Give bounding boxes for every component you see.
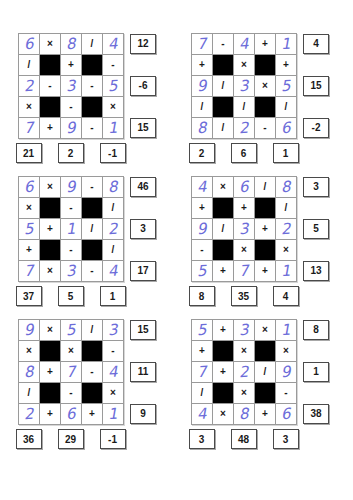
operator-cell: / — [255, 177, 275, 197]
handwritten-digit: 5 — [197, 263, 208, 279]
row-result-box: 8 — [303, 320, 329, 340]
handwritten-digit: 8 — [66, 36, 77, 52]
col-result-box: 1 — [273, 143, 299, 163]
handwritten-digit: 5 — [66, 322, 77, 338]
value-cell[interactable]: 3 — [61, 76, 81, 96]
value-cell[interactable]: 6 — [19, 34, 39, 54]
operator-cell: × — [40, 320, 60, 340]
value-cell[interactable]: 4 — [234, 34, 254, 54]
operator-cell: / — [276, 198, 296, 218]
value-cell[interactable]: 7 — [192, 362, 212, 382]
operator-glyph: × — [26, 203, 32, 213]
value-cell[interactable]: 3 — [234, 320, 254, 340]
operator-glyph: × — [47, 266, 53, 276]
handwritten-digit: 3 — [239, 322, 250, 338]
black-cell — [213, 55, 233, 75]
handwritten-digit: 2 — [239, 120, 250, 136]
black-cell — [40, 240, 60, 260]
row-result-box: 5 — [303, 219, 329, 239]
handwritten-digit: 3 — [66, 78, 77, 94]
row-result-box: 12 — [130, 34, 156, 54]
operator-cell: - — [255, 118, 275, 138]
col-result-box: 2 — [189, 143, 215, 163]
operator-glyph: × — [47, 325, 53, 335]
operator-glyph: / — [91, 224, 94, 234]
row-results: 15119 — [130, 319, 158, 425]
operator-cell: - — [103, 55, 123, 75]
handwritten-digit: 3 — [239, 221, 250, 237]
operator-cell: × — [234, 383, 254, 403]
operator-glyph: / — [264, 367, 267, 377]
operator-cell: × — [276, 240, 296, 260]
col-results: 261 — [191, 143, 297, 167]
col-result-box: 37 — [16, 286, 42, 306]
operator-cell: × — [213, 404, 233, 424]
handwritten-digit: 2 — [24, 406, 35, 422]
row-result-box: 3 — [303, 177, 329, 197]
operator-glyph: + — [262, 409, 268, 419]
handwritten-digit: 5 — [108, 78, 119, 94]
operator-cell: / — [234, 97, 254, 117]
value-cell[interactable]: 6 — [234, 177, 254, 197]
value-cell[interactable]: 7 — [234, 261, 254, 281]
value-cell[interactable]: 3 — [61, 261, 81, 281]
operator-glyph: × — [47, 39, 53, 49]
operator-glyph: × — [220, 409, 226, 419]
operator-glyph: × — [283, 245, 289, 255]
value-cell[interactable]: 9 — [61, 177, 81, 197]
black-cell — [213, 97, 233, 117]
value-cell[interactable]: 8 — [61, 34, 81, 54]
value-cell[interactable]: 8 — [19, 362, 39, 382]
handwritten-digit: 8 — [197, 120, 208, 136]
puzzle-1-grid: 6×8/4/+-2-3-5×-×7+9-1 — [18, 33, 124, 139]
handwritten-digit: 1 — [108, 406, 119, 422]
value-cell[interactable]: 1 — [276, 261, 296, 281]
operator-cell: + — [192, 198, 212, 218]
operator-cell: - — [192, 240, 212, 260]
operator-cell: - — [82, 76, 102, 96]
row-result-box: 13 — [303, 261, 329, 281]
handwritten-digit: 3 — [239, 78, 250, 94]
handwritten-digit: 1 — [281, 322, 292, 338]
puzzle-5-grid: 9×5/3××-8+7-4/-×2+6+1 — [18, 319, 124, 425]
handwritten-digit: 8 — [239, 406, 250, 422]
puzzle-4: 4×6/8++/9/3+2-××5+7+135138354 — [191, 176, 331, 310]
col-result-box: 5 — [58, 286, 84, 306]
operator-cell: / — [103, 198, 123, 218]
operator-cell: + — [255, 34, 275, 54]
value-cell[interactable]: 2 — [234, 118, 254, 138]
operator-glyph: × — [26, 346, 32, 356]
value-cell[interactable]: 1 — [276, 320, 296, 340]
operator-glyph: / — [285, 203, 288, 213]
black-cell — [40, 55, 60, 75]
operator-glyph: + — [220, 266, 226, 276]
value-cell[interactable]: 2 — [103, 219, 123, 239]
operator-cell: - — [61, 198, 81, 218]
puzzle-1: 6×8/4/+-2-3-5×-×7+9-112-615212-1 — [18, 33, 158, 167]
col-result-box: 3 — [273, 429, 299, 449]
operator-glyph: + — [220, 367, 226, 377]
operator-cell: / — [82, 34, 102, 54]
operator-cell: × — [103, 97, 123, 117]
value-cell[interactable]: 5 — [192, 261, 212, 281]
operator-cell: / — [82, 219, 102, 239]
operator-glyph: × — [241, 346, 247, 356]
value-cell[interactable]: 6 — [19, 177, 39, 197]
operator-glyph: + — [283, 60, 289, 70]
operator-cell: + — [40, 219, 60, 239]
col-result-box: 2 — [58, 143, 84, 163]
handwritten-digit: 1 — [108, 120, 119, 136]
col-result-box: 8 — [189, 286, 215, 306]
operator-glyph: - — [111, 60, 114, 70]
operator-glyph: + — [241, 203, 247, 213]
operator-glyph: - — [69, 102, 72, 112]
value-cell[interactable]: 1 — [103, 118, 123, 138]
col-result-box: -1 — [100, 143, 126, 163]
handwritten-digit: 8 — [281, 179, 292, 195]
handwritten-digit: 7 — [239, 263, 250, 279]
operator-glyph: + — [89, 409, 95, 419]
black-cell — [213, 198, 233, 218]
handwritten-digit: 4 — [197, 179, 208, 195]
puzzle-4-grid: 4×6/8++/9/3+2-××5+7+1 — [191, 176, 297, 282]
puzzle-6-grid: 5+3×1+××7+2/9/×-4×8+6 — [191, 319, 297, 425]
operator-glyph: / — [112, 203, 115, 213]
operator-glyph: + — [199, 203, 205, 213]
handwritten-digit: 2 — [24, 78, 35, 94]
operator-glyph: + — [47, 367, 53, 377]
value-cell[interactable]: 6 — [276, 404, 296, 424]
black-cell — [255, 341, 275, 361]
operator-glyph: / — [91, 39, 94, 49]
operator-glyph: × — [47, 182, 53, 192]
handwritten-digit: 5 — [197, 322, 208, 338]
handwritten-digit: 9 — [66, 120, 77, 136]
operator-cell: - — [40, 76, 60, 96]
operator-cell: - — [82, 362, 102, 382]
value-cell[interactable]: 6 — [61, 404, 81, 424]
operator-cell: / — [213, 76, 233, 96]
value-cell[interactable]: 8 — [192, 118, 212, 138]
operator-glyph: / — [222, 123, 225, 133]
operator-glyph: / — [222, 224, 225, 234]
row-result-box: 15 — [130, 118, 156, 138]
operator-glyph: - — [111, 346, 114, 356]
value-cell[interactable]: 8 — [234, 404, 254, 424]
operator-cell: + — [255, 404, 275, 424]
puzzle-2-grid: 7-4+1+×+9/3×5///8/2-6 — [191, 33, 297, 139]
black-cell — [82, 198, 102, 218]
value-cell[interactable]: 9 — [192, 76, 212, 96]
row-result-box: 15 — [130, 320, 156, 340]
value-cell[interactable]: 4 — [103, 261, 123, 281]
operator-cell: + — [276, 55, 296, 75]
operator-cell: + — [234, 198, 254, 218]
black-cell — [82, 383, 102, 403]
operator-cell: × — [19, 97, 39, 117]
black-cell — [213, 240, 233, 260]
operator-cell: + — [61, 55, 81, 75]
handwritten-digit: 6 — [66, 406, 77, 422]
operator-glyph: × — [241, 245, 247, 255]
black-cell — [255, 55, 275, 75]
operator-cell: / — [82, 320, 102, 340]
operator-glyph: - — [221, 39, 224, 49]
handwritten-digit: 8 — [24, 364, 35, 380]
puzzle-5: 9×5/3××-8+7-4/-×2+6+1151193629-1 — [18, 319, 158, 453]
operator-glyph: + — [199, 60, 205, 70]
handwritten-digit: 9 — [281, 364, 292, 380]
operator-cell: / — [213, 219, 233, 239]
row-result-box: 38 — [303, 404, 329, 424]
operator-cell: + — [40, 362, 60, 382]
operator-glyph: + — [68, 60, 74, 70]
row-result-box: 15 — [303, 76, 329, 96]
operator-cell: × — [40, 261, 60, 281]
col-results: 212-1 — [18, 143, 124, 167]
operator-glyph: - — [90, 81, 93, 91]
handwritten-digit: 6 — [24, 36, 35, 52]
handwritten-digit: 5 — [24, 221, 35, 237]
operator-glyph: + — [26, 245, 32, 255]
row-results: 8138 — [303, 319, 331, 425]
operator-cell: - — [103, 341, 123, 361]
col-result-box: 29 — [58, 429, 84, 449]
operator-cell: + — [192, 341, 212, 361]
operator-cell: - — [213, 34, 233, 54]
operator-glyph: / — [264, 182, 267, 192]
operator-glyph: × — [283, 346, 289, 356]
operator-glyph: - — [90, 266, 93, 276]
operator-glyph: - — [48, 81, 51, 91]
value-cell[interactable]: 4 — [103, 34, 123, 54]
row-results: 46317 — [130, 176, 158, 282]
value-cell[interactable]: 5 — [276, 76, 296, 96]
value-cell[interactable]: 9 — [276, 362, 296, 382]
row-result-box: 46 — [130, 177, 156, 197]
value-cell[interactable]: 4 — [192, 177, 212, 197]
value-cell[interactable]: 1 — [61, 219, 81, 239]
col-result-box: 1 — [100, 286, 126, 306]
row-result-box: 4 — [303, 34, 329, 54]
operator-glyph: - — [284, 388, 287, 398]
value-cell[interactable]: 3 — [234, 76, 254, 96]
value-cell[interactable]: 5 — [192, 320, 212, 340]
operator-glyph: / — [28, 60, 31, 70]
handwritten-digit: 4 — [108, 364, 119, 380]
handwritten-digit: 8 — [108, 179, 119, 195]
operator-glyph: - — [69, 245, 72, 255]
operator-glyph: / — [243, 102, 246, 112]
operator-glyph: / — [91, 325, 94, 335]
handwritten-digit: 6 — [24, 179, 35, 195]
value-cell[interactable]: 6 — [276, 118, 296, 138]
row-result-box: 1 — [303, 362, 329, 382]
value-cell[interactable]: 7 — [61, 362, 81, 382]
operator-cell: - — [82, 177, 102, 197]
row-results: 12-615 — [130, 33, 158, 139]
black-cell — [40, 198, 60, 218]
black-cell — [82, 55, 102, 75]
handwritten-digit: 6 — [281, 120, 292, 136]
value-cell[interactable]: 9 — [192, 219, 212, 239]
operator-glyph: × — [241, 60, 247, 70]
operator-cell: - — [61, 383, 81, 403]
operator-cell: × — [234, 240, 254, 260]
value-cell[interactable]: 8 — [103, 177, 123, 197]
operator-glyph: - — [263, 123, 266, 133]
operator-glyph: × — [220, 182, 226, 192]
value-cell[interactable]: 2 — [234, 362, 254, 382]
handwritten-digit: 6 — [281, 406, 292, 422]
value-cell[interactable]: 1 — [276, 34, 296, 54]
operator-cell: × — [103, 383, 123, 403]
black-cell — [82, 341, 102, 361]
black-cell — [40, 341, 60, 361]
operator-glyph: - — [90, 182, 93, 192]
row-result-box: 11 — [130, 362, 156, 382]
value-cell[interactable]: 2 — [19, 76, 39, 96]
value-cell[interactable]: 3 — [234, 219, 254, 239]
operator-cell: + — [82, 404, 102, 424]
operator-glyph: × — [110, 388, 116, 398]
handwritten-digit: 2 — [239, 364, 250, 380]
row-result-box: -6 — [130, 76, 156, 96]
operator-cell: + — [40, 404, 60, 424]
value-cell[interactable]: 7 — [19, 261, 39, 281]
col-results: 3483 — [191, 429, 297, 453]
black-cell — [255, 198, 275, 218]
handwritten-digit: 7 — [66, 364, 77, 380]
operator-glyph: × — [262, 81, 268, 91]
value-cell[interactable]: 2 — [19, 404, 39, 424]
value-cell[interactable]: 2 — [276, 219, 296, 239]
operator-glyph: × — [110, 102, 116, 112]
operator-cell: × — [234, 55, 254, 75]
operator-cell: / — [19, 383, 39, 403]
operator-cell: × — [213, 177, 233, 197]
col-results: 8354 — [191, 286, 297, 310]
black-cell — [82, 240, 102, 260]
handwritten-digit: 4 — [239, 36, 250, 52]
operator-cell: + — [213, 362, 233, 382]
value-cell[interactable]: 8 — [276, 177, 296, 197]
operator-cell: - — [82, 261, 102, 281]
handwritten-digit: 1 — [281, 263, 292, 279]
value-cell[interactable]: 1 — [103, 404, 123, 424]
col-result-box: 36 — [16, 429, 42, 449]
operator-cell: - — [276, 383, 296, 403]
handwritten-digit: 2 — [281, 221, 292, 237]
value-cell[interactable]: 4 — [103, 362, 123, 382]
row-results: 3513 — [303, 176, 331, 282]
operator-glyph: × — [241, 388, 247, 398]
row-result-box: 9 — [130, 404, 156, 424]
operator-glyph: - — [90, 367, 93, 377]
puzzle-2: 7-4+1+×+9/3×5///8/2-6415-2261 — [191, 33, 331, 167]
operator-glyph: - — [90, 123, 93, 133]
handwritten-digit: 3 — [108, 322, 119, 338]
operator-cell: + — [213, 320, 233, 340]
operator-glyph: / — [222, 81, 225, 91]
operator-glyph: - — [69, 388, 72, 398]
operator-glyph: × — [68, 346, 74, 356]
operator-cell: × — [40, 34, 60, 54]
handwritten-digit: 5 — [281, 78, 292, 94]
handwritten-digit: 9 — [197, 78, 208, 94]
operator-glyph: + — [262, 224, 268, 234]
value-cell[interactable]: 5 — [19, 219, 39, 239]
puzzles-grid: 6×8/4/+-2-3-5×-×7+9-112-615212-17-4+1+×+… — [0, 0, 353, 453]
col-results: 3629-1 — [18, 429, 124, 453]
value-cell[interactable]: 5 — [103, 76, 123, 96]
col-result-box: 4 — [273, 286, 299, 306]
operator-cell: + — [213, 261, 233, 281]
black-cell — [40, 383, 60, 403]
black-cell — [82, 97, 102, 117]
value-cell[interactable]: 7 — [19, 118, 39, 138]
operator-cell: + — [255, 219, 275, 239]
row-result-box: 3 — [130, 219, 156, 239]
operator-cell: / — [192, 383, 212, 403]
operator-cell: - — [82, 118, 102, 138]
black-cell — [255, 97, 275, 117]
col-result-box: 21 — [16, 143, 42, 163]
handwritten-digit: 9 — [197, 221, 208, 237]
operator-cell: × — [61, 341, 81, 361]
operator-cell: / — [276, 97, 296, 117]
handwritten-digit: 1 — [66, 221, 77, 237]
handwritten-digit: 9 — [24, 322, 35, 338]
puzzle-3-grid: 6×9-8×-/5+1/2+-/7×3-4 — [18, 176, 124, 282]
row-result-box: 17 — [130, 261, 156, 281]
value-cell[interactable]: 4 — [192, 404, 212, 424]
handwritten-digit: 4 — [197, 406, 208, 422]
value-cell[interactable]: 3 — [103, 320, 123, 340]
value-cell[interactable]: 7 — [192, 34, 212, 54]
operator-glyph: + — [47, 409, 53, 419]
operator-glyph: + — [199, 346, 205, 356]
operator-cell: × — [234, 341, 254, 361]
operator-glyph: + — [262, 266, 268, 276]
operator-glyph: / — [201, 102, 204, 112]
col-result-box: 3 — [189, 429, 215, 449]
black-cell — [255, 240, 275, 260]
value-cell[interactable]: 5 — [61, 320, 81, 340]
operator-glyph: / — [285, 102, 288, 112]
operator-glyph: × — [26, 102, 32, 112]
worksheet-page: 6×8/4/+-2-3-5×-×7+9-112-615212-17-4+1+×+… — [0, 0, 353, 500]
value-cell[interactable]: 9 — [19, 320, 39, 340]
operator-glyph: / — [28, 388, 31, 398]
operator-glyph: + — [262, 39, 268, 49]
operator-cell: - — [61, 97, 81, 117]
operator-glyph: - — [200, 245, 203, 255]
handwritten-digit: 6 — [239, 179, 250, 195]
operator-glyph: / — [201, 388, 204, 398]
operator-cell: × — [255, 320, 275, 340]
puzzle-3: 6×9-8×-/5+1/2+-/7×3-4463173751 — [18, 176, 158, 310]
handwritten-digit: 7 — [24, 263, 35, 279]
operator-cell: - — [61, 240, 81, 260]
operator-cell: × — [255, 76, 275, 96]
value-cell[interactable]: 9 — [61, 118, 81, 138]
operator-cell: × — [276, 341, 296, 361]
row-result-box: -2 — [303, 118, 329, 138]
